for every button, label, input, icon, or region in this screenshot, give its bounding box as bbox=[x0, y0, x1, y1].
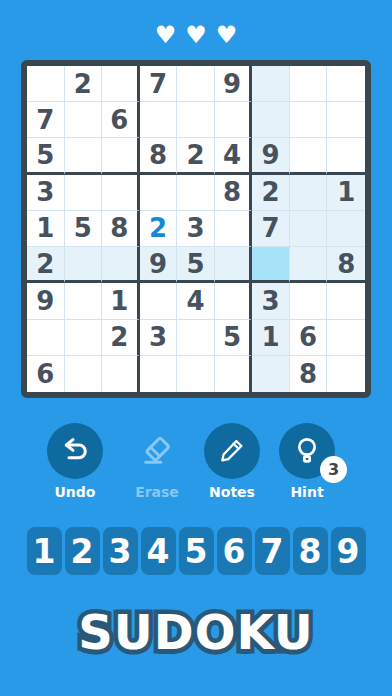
cell-r1c3[interactable] bbox=[102, 66, 140, 102]
cell-r1c9[interactable] bbox=[327, 66, 365, 102]
cell-r9c8[interactable]: 8 bbox=[290, 356, 328, 392]
heart-icon: ♥ bbox=[155, 23, 177, 47]
cell-r3c6[interactable]: 4 bbox=[215, 138, 253, 174]
erase-button-area bbox=[129, 423, 185, 479]
cell-r6c1[interactable]: 2 bbox=[27, 247, 65, 283]
numpad-2[interactable]: 2 bbox=[65, 527, 100, 575]
cell-r2c7[interactable] bbox=[252, 102, 290, 138]
cell-r5c2[interactable]: 5 bbox=[65, 211, 103, 247]
cell-r4c3[interactable] bbox=[102, 175, 140, 211]
cell-r1c4[interactable]: 7 bbox=[140, 66, 178, 102]
cell-r3c4[interactable]: 8 bbox=[140, 138, 178, 174]
cell-r4c4[interactable] bbox=[140, 175, 178, 211]
cell-r3c2[interactable] bbox=[65, 138, 103, 174]
numpad-6[interactable]: 6 bbox=[217, 527, 252, 575]
cell-r1c7[interactable] bbox=[252, 66, 290, 102]
cell-r4c8[interactable] bbox=[290, 175, 328, 211]
cell-r4c7[interactable]: 2 bbox=[252, 175, 290, 211]
cell-r6c2[interactable] bbox=[65, 247, 103, 283]
undo-label: Undo bbox=[39, 484, 111, 500]
undo-icon bbox=[59, 435, 91, 467]
erase-label: Erase bbox=[121, 484, 193, 500]
notes-button[interactable]: Notes bbox=[196, 423, 268, 500]
game-title-text: SUDOKU bbox=[0, 602, 392, 662]
numpad-1[interactable]: 1 bbox=[27, 527, 62, 575]
cell-r5c8[interactable] bbox=[290, 211, 328, 247]
notes-label: Notes bbox=[196, 484, 268, 500]
cell-r2c5[interactable] bbox=[177, 102, 215, 138]
undo-button-circle bbox=[47, 423, 103, 479]
cell-r9c4[interactable] bbox=[140, 356, 178, 392]
number-pad: 123456789 bbox=[0, 527, 392, 575]
cell-r5c9[interactable] bbox=[327, 211, 365, 247]
cell-r6c9[interactable]: 8 bbox=[327, 247, 365, 283]
numpad-7[interactable]: 7 bbox=[255, 527, 290, 575]
erase-button[interactable]: Erase bbox=[121, 423, 193, 500]
hearts-bar: ♥♥♥ bbox=[0, 20, 392, 50]
cell-r1c8[interactable] bbox=[290, 66, 328, 102]
cell-r5c1[interactable]: 1 bbox=[27, 211, 65, 247]
cell-r9c1[interactable]: 6 bbox=[27, 356, 65, 392]
cell-r7c1[interactable]: 9 bbox=[27, 283, 65, 319]
cell-r8c4[interactable]: 3 bbox=[140, 320, 178, 356]
cell-r2c6[interactable] bbox=[215, 102, 253, 138]
cell-r5c5[interactable]: 3 bbox=[177, 211, 215, 247]
heart-icon: ♥ bbox=[185, 23, 207, 47]
game-title: SUDOKU SUDOKU bbox=[0, 602, 392, 666]
cell-r1c1[interactable] bbox=[27, 66, 65, 102]
hint-count-badge: 3 bbox=[320, 456, 347, 483]
cell-r5c4[interactable]: 2 bbox=[140, 211, 178, 247]
cell-r4c2[interactable] bbox=[65, 175, 103, 211]
cell-r2c8[interactable] bbox=[290, 102, 328, 138]
cell-r2c1[interactable]: 7 bbox=[27, 102, 65, 138]
cell-r7c2[interactable] bbox=[65, 283, 103, 319]
cell-r2c4[interactable] bbox=[140, 102, 178, 138]
cell-r3c5[interactable]: 2 bbox=[177, 138, 215, 174]
cell-r7c7[interactable]: 3 bbox=[252, 283, 290, 319]
cell-r6c6[interactable] bbox=[215, 247, 253, 283]
cell-r3c3[interactable] bbox=[102, 138, 140, 174]
cell-r1c2[interactable]: 2 bbox=[65, 66, 103, 102]
lightbulb-icon bbox=[291, 435, 323, 467]
cell-r7c9[interactable] bbox=[327, 283, 365, 319]
cell-r7c5[interactable]: 4 bbox=[177, 283, 215, 319]
cell-r7c3[interactable]: 1 bbox=[102, 283, 140, 319]
cell-r8c8[interactable]: 6 bbox=[290, 320, 328, 356]
cell-r1c6[interactable]: 9 bbox=[215, 66, 253, 102]
sudoku-app: ♥♥♥ 27976582493821158237295891432351668 … bbox=[0, 0, 392, 696]
cell-r7c8[interactable] bbox=[290, 283, 328, 319]
cell-r7c6[interactable] bbox=[215, 283, 253, 319]
cell-r6c8[interactable] bbox=[290, 247, 328, 283]
cell-r6c5[interactable]: 5 bbox=[177, 247, 215, 283]
cell-r2c9[interactable] bbox=[327, 102, 365, 138]
cell-r6c4[interactable]: 9 bbox=[140, 247, 178, 283]
cell-r8c3[interactable]: 2 bbox=[102, 320, 140, 356]
cell-r3c9[interactable] bbox=[327, 138, 365, 174]
cell-r8c1[interactable] bbox=[27, 320, 65, 356]
cell-r9c9[interactable] bbox=[327, 356, 365, 392]
cell-r3c8[interactable] bbox=[290, 138, 328, 174]
cell-r2c3[interactable]: 6 bbox=[102, 102, 140, 138]
toolbar: Undo Erase bbox=[0, 423, 392, 507]
cell-r9c2[interactable] bbox=[65, 356, 103, 392]
cell-r4c5[interactable] bbox=[177, 175, 215, 211]
undo-button[interactable]: Undo bbox=[39, 423, 111, 500]
numpad-4[interactable]: 4 bbox=[141, 527, 176, 575]
cell-r5c7[interactable]: 7 bbox=[252, 211, 290, 247]
cell-r7c4[interactable] bbox=[140, 283, 178, 319]
cell-r4c9[interactable]: 1 bbox=[327, 175, 365, 211]
cell-r5c3[interactable]: 8 bbox=[102, 211, 140, 247]
numpad-3[interactable]: 3 bbox=[103, 527, 138, 575]
cell-r3c7[interactable]: 9 bbox=[252, 138, 290, 174]
cell-r8c9[interactable] bbox=[327, 320, 365, 356]
cell-r5c6[interactable] bbox=[215, 211, 253, 247]
cell-r2c2[interactable] bbox=[65, 102, 103, 138]
cell-r1c5[interactable] bbox=[177, 66, 215, 102]
cell-r4c6[interactable]: 8 bbox=[215, 175, 253, 211]
cell-r8c2[interactable] bbox=[65, 320, 103, 356]
cell-r8c6[interactable]: 5 bbox=[215, 320, 253, 356]
cell-r4c1[interactable]: 3 bbox=[27, 175, 65, 211]
cell-r9c3[interactable] bbox=[102, 356, 140, 392]
eraser-icon bbox=[139, 433, 175, 469]
cell-r9c6[interactable] bbox=[215, 356, 253, 392]
pencil-icon bbox=[217, 436, 247, 466]
cell-r9c7[interactable] bbox=[252, 356, 290, 392]
notes-button-circle bbox=[204, 423, 260, 479]
cell-r8c5[interactable] bbox=[177, 320, 215, 356]
cell-r6c3[interactable] bbox=[102, 247, 140, 283]
hint-button[interactable]: Hint 3 bbox=[271, 423, 343, 500]
hint-label: Hint bbox=[271, 484, 343, 500]
sudoku-board[interactable]: 27976582493821158237295891432351668 bbox=[21, 60, 371, 398]
cell-r6c7[interactable] bbox=[252, 247, 290, 283]
cell-r9c5[interactable] bbox=[177, 356, 215, 392]
numpad-8[interactable]: 8 bbox=[293, 527, 328, 575]
numpad-9[interactable]: 9 bbox=[331, 527, 366, 575]
cell-r8c7[interactable]: 1 bbox=[252, 320, 290, 356]
heart-icon: ♥ bbox=[216, 23, 238, 47]
cell-r3c1[interactable]: 5 bbox=[27, 138, 65, 174]
numpad-5[interactable]: 5 bbox=[179, 527, 214, 575]
